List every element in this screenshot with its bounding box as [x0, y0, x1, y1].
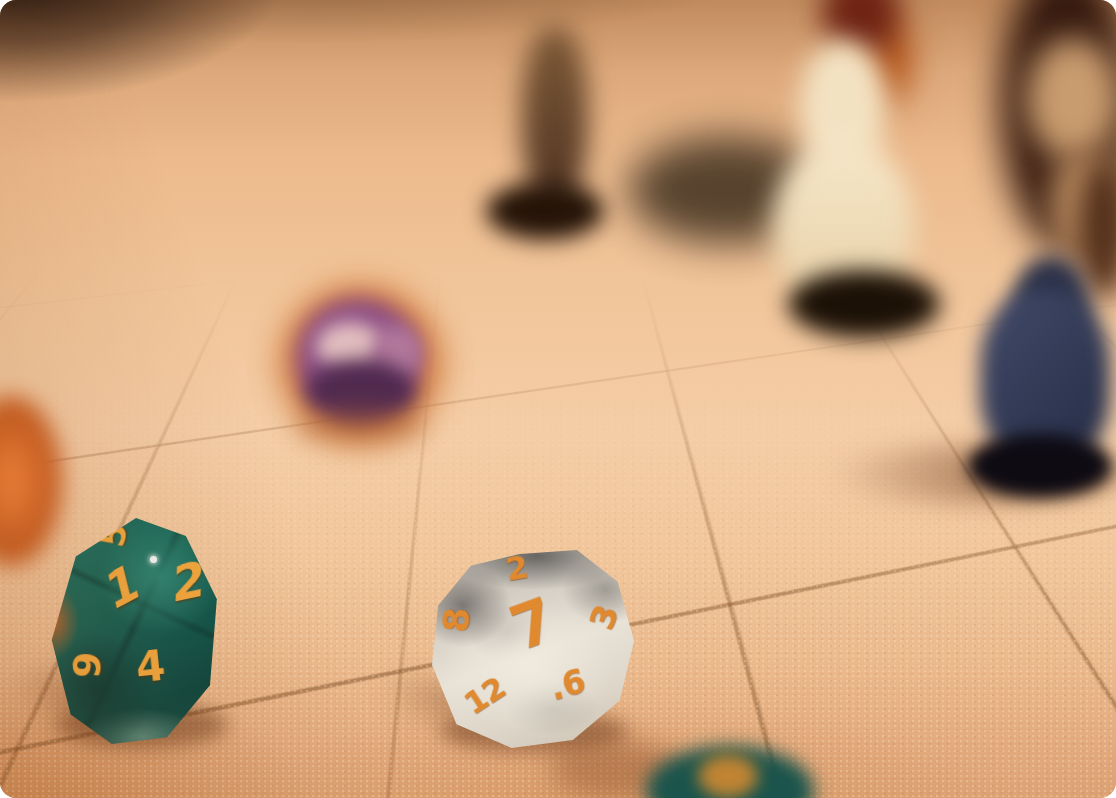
die-face-numeral: .6: [546, 664, 589, 705]
blurred-clutter-tan-1: [1026, 38, 1116, 160]
die-face-numeral: 5: [95, 520, 133, 549]
blurred-miniature-dark-base: [486, 182, 604, 240]
die-face-numeral: 8: [438, 606, 476, 634]
die-face-numeral: 4: [134, 645, 167, 690]
specular-glint: [150, 556, 157, 563]
purple-die-shadow: [294, 406, 426, 444]
bottom-teal-die-numeral-glint: [698, 754, 758, 798]
die-face-numeral: 7: [503, 589, 563, 660]
blurred-miniature-cream-base: [788, 270, 940, 338]
white-d12-die: 2 8 7 3 12 .6: [430, 550, 634, 748]
blurred-miniature-dark: [522, 26, 588, 208]
green-d12-die: 5 1 2 9 4: [50, 518, 222, 744]
die-face-numeral: 3: [584, 600, 624, 634]
die-face-numeral: 1: [93, 559, 145, 617]
die-face-numeral: 9: [67, 650, 107, 680]
die-face-numeral: 12: [459, 671, 510, 719]
blurred-miniature-blue-base: [968, 434, 1112, 498]
die-face-numeral: 2: [163, 555, 206, 609]
die-face-numeral: 2: [503, 550, 530, 585]
photo-dice-scene: 5 1 2 9 4 2 8 7 3 12 .6: [0, 0, 1116, 798]
